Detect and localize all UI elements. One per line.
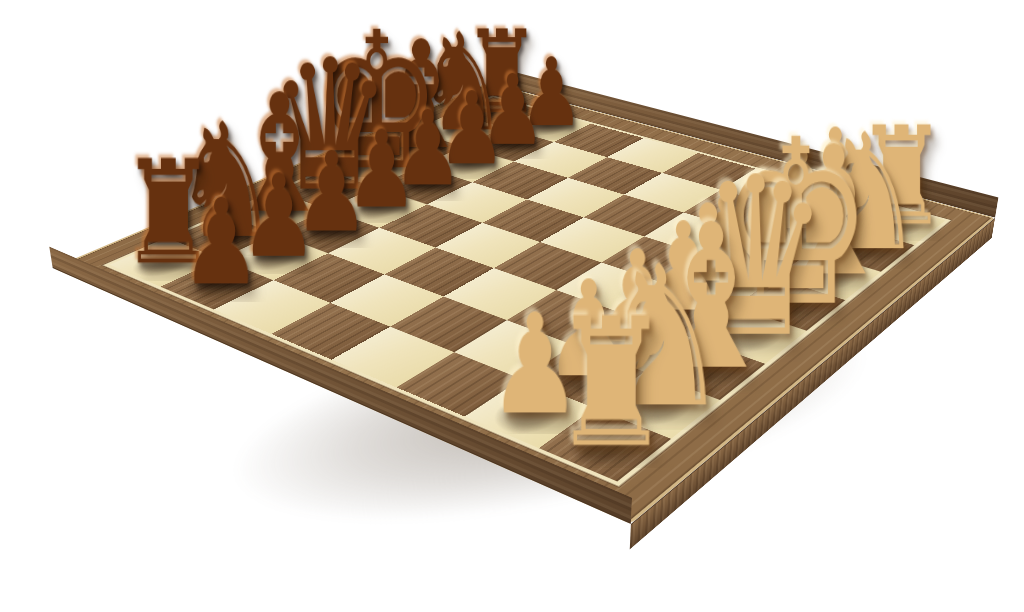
chess-set-product-photo: ♜♞♝♛♚♝♞♜♟♟♟♟♟♟♟♟♟♟♟♟♟♟♟♟♜♞♝♛♚♝♞♜ <box>0 0 1024 612</box>
black-pawn-a7[interactable]: ♟ <box>181 184 262 303</box>
white-rook-a1[interactable]: ♜ <box>551 294 672 472</box>
